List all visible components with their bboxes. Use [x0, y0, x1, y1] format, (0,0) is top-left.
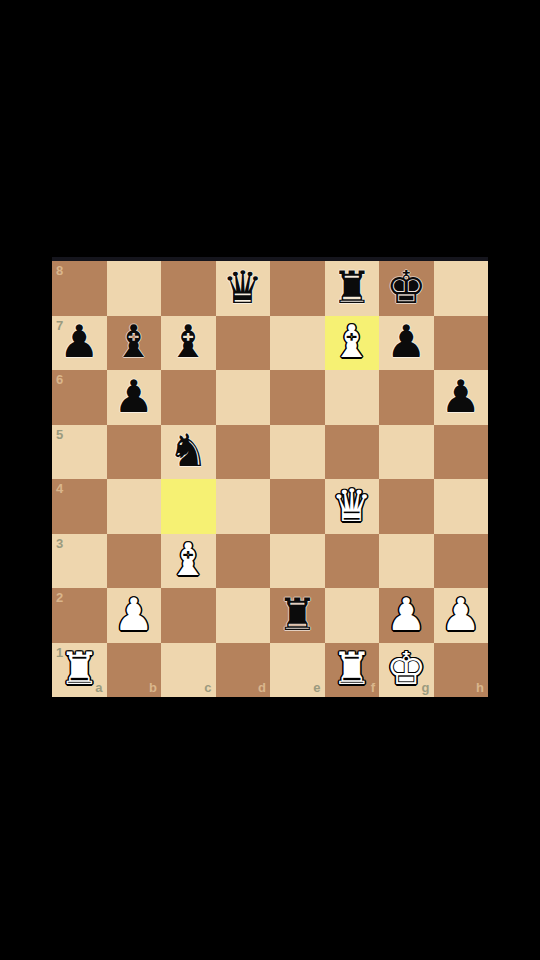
piece-white-bishop-c3[interactable]: ♝ [168, 537, 208, 582]
file-label-b: b [149, 681, 157, 694]
square-a6[interactable]: 6 [52, 370, 107, 425]
square-g7[interactable]: ♟ [379, 316, 434, 371]
square-f2[interactable] [325, 588, 380, 643]
square-c2[interactable] [161, 588, 216, 643]
square-f8[interactable]: ♜ [325, 261, 380, 316]
square-e5[interactable] [270, 425, 325, 480]
square-d6[interactable] [216, 370, 271, 425]
piece-white-pawn-h2[interactable]: ♟ [441, 592, 481, 637]
piece-black-rook-f8[interactable]: ♜ [332, 265, 372, 310]
file-label-h: h [476, 681, 484, 694]
square-a5[interactable]: 5 [52, 425, 107, 480]
square-b8[interactable] [107, 261, 162, 316]
rank-label-6: 6 [56, 373, 63, 386]
piece-white-queen-f4[interactable]: ♛ [332, 483, 372, 528]
square-b3[interactable] [107, 534, 162, 589]
piece-black-queen-d8[interactable]: ♛ [223, 265, 263, 310]
square-e4[interactable] [270, 479, 325, 534]
app-background: 8♛♜♚7♟♝♝♝♟6♟♟5♞4♛3♝2♟♜♟♟1a♜bcdef♜g♚h [0, 0, 540, 960]
rank-label-3: 3 [56, 537, 63, 550]
square-c7[interactable]: ♝ [161, 316, 216, 371]
square-c4[interactable] [161, 479, 216, 534]
square-g5[interactable] [379, 425, 434, 480]
square-g6[interactable] [379, 370, 434, 425]
square-f5[interactable] [325, 425, 380, 480]
square-b2[interactable]: ♟ [107, 588, 162, 643]
square-g2[interactable]: ♟ [379, 588, 434, 643]
square-d2[interactable] [216, 588, 271, 643]
square-h1[interactable]: h [434, 643, 489, 698]
square-c8[interactable] [161, 261, 216, 316]
square-e1[interactable]: e [270, 643, 325, 698]
square-b6[interactable]: ♟ [107, 370, 162, 425]
square-h3[interactable] [434, 534, 489, 589]
piece-white-bishop-f7[interactable]: ♝ [332, 319, 372, 364]
square-a4[interactable]: 4 [52, 479, 107, 534]
square-c3[interactable]: ♝ [161, 534, 216, 589]
piece-white-rook-f1[interactable]: ♜ [332, 646, 372, 691]
square-g1[interactable]: g♚ [379, 643, 434, 698]
square-a2[interactable]: 2 [52, 588, 107, 643]
square-h4[interactable] [434, 479, 489, 534]
square-d7[interactable] [216, 316, 271, 371]
square-h5[interactable] [434, 425, 489, 480]
square-f6[interactable] [325, 370, 380, 425]
rank-label-2: 2 [56, 591, 63, 604]
piece-black-pawn-g7[interactable]: ♟ [386, 319, 426, 364]
square-c1[interactable]: c [161, 643, 216, 698]
piece-white-rook-a1[interactable]: ♜ [59, 646, 99, 691]
square-f7[interactable]: ♝ [325, 316, 380, 371]
square-d4[interactable] [216, 479, 271, 534]
square-d1[interactable]: d [216, 643, 271, 698]
square-h2[interactable]: ♟ [434, 588, 489, 643]
square-e7[interactable] [270, 316, 325, 371]
piece-white-pawn-b2[interactable]: ♟ [114, 592, 154, 637]
square-b4[interactable] [107, 479, 162, 534]
piece-black-king-g8[interactable]: ♚ [386, 265, 426, 310]
square-a7[interactable]: 7♟ [52, 316, 107, 371]
piece-white-king-g1[interactable]: ♚ [386, 646, 426, 691]
square-e2[interactable]: ♜ [270, 588, 325, 643]
piece-white-pawn-g2[interactable]: ♟ [386, 592, 426, 637]
piece-black-bishop-c7[interactable]: ♝ [168, 319, 208, 364]
square-b5[interactable] [107, 425, 162, 480]
square-c6[interactable] [161, 370, 216, 425]
file-label-e: e [313, 681, 320, 694]
square-e6[interactable] [270, 370, 325, 425]
square-b7[interactable]: ♝ [107, 316, 162, 371]
file-label-d: d [258, 681, 266, 694]
square-g8[interactable]: ♚ [379, 261, 434, 316]
square-d8[interactable]: ♛ [216, 261, 271, 316]
square-f4[interactable]: ♛ [325, 479, 380, 534]
square-e8[interactable] [270, 261, 325, 316]
piece-black-pawn-a7[interactable]: ♟ [59, 319, 99, 364]
square-h6[interactable]: ♟ [434, 370, 489, 425]
piece-black-pawn-h6[interactable]: ♟ [441, 374, 481, 419]
square-a8[interactable]: 8 [52, 261, 107, 316]
piece-black-rook-e2[interactable]: ♜ [277, 592, 317, 637]
rank-label-5: 5 [56, 428, 63, 441]
square-d3[interactable] [216, 534, 271, 589]
piece-black-pawn-b6[interactable]: ♟ [114, 374, 154, 419]
square-g3[interactable] [379, 534, 434, 589]
phone-screen: { "game": "chess", "position": { "fen": … [0, 0, 540, 960]
square-g4[interactable] [379, 479, 434, 534]
rank-label-8: 8 [56, 264, 63, 277]
rank-label-4: 4 [56, 482, 63, 495]
piece-black-bishop-b7[interactable]: ♝ [114, 319, 154, 364]
square-f1[interactable]: f♜ [325, 643, 380, 698]
square-a1[interactable]: 1a♜ [52, 643, 107, 698]
square-h7[interactable] [434, 316, 489, 371]
square-a3[interactable]: 3 [52, 534, 107, 589]
square-e3[interactable] [270, 534, 325, 589]
chess-board: 8♛♜♚7♟♝♝♝♟6♟♟5♞4♛3♝2♟♜♟♟1a♜bcdef♜g♚h [52, 261, 488, 697]
file-label-c: c [204, 681, 211, 694]
square-h8[interactable] [434, 261, 489, 316]
piece-black-knight-c5[interactable]: ♞ [168, 428, 208, 473]
square-c5[interactable]: ♞ [161, 425, 216, 480]
square-d5[interactable] [216, 425, 271, 480]
square-b1[interactable]: b [107, 643, 162, 698]
square-f3[interactable] [325, 534, 380, 589]
